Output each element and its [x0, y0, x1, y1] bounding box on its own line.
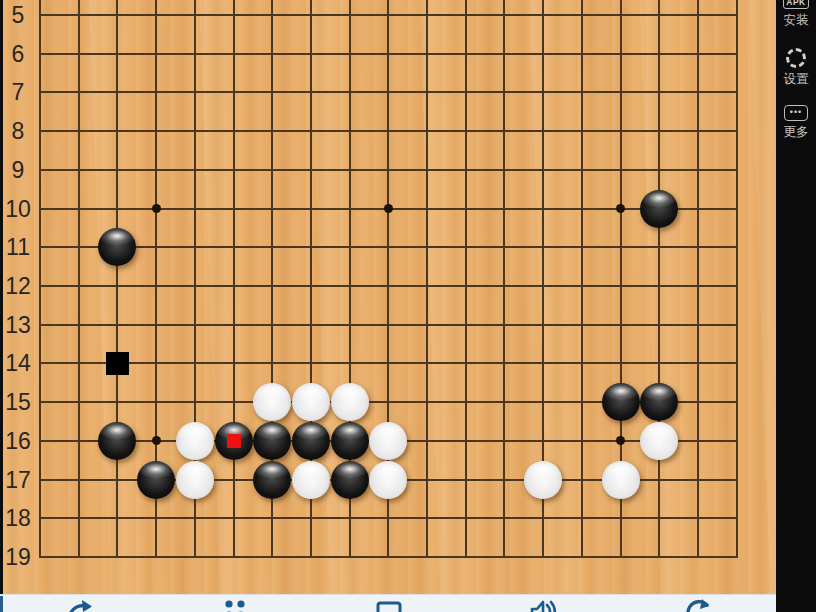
grid-line-h: [39, 285, 738, 287]
grid-line-v: [116, 0, 118, 558]
grid-line-v: [736, 0, 738, 558]
row-label: 16: [0, 427, 36, 455]
grid-line-h: [39, 169, 738, 171]
star-point: [152, 204, 161, 213]
grid-line-v: [426, 0, 428, 558]
row-label: 15: [0, 388, 36, 416]
app-screen: 5678910111213141516171819: [0, 0, 816, 612]
stone-white[interactable]: [369, 422, 407, 460]
row-label: 9: [0, 156, 36, 184]
grid-line-h: [39, 517, 738, 519]
bottom-toolbar: [0, 594, 776, 612]
grid-line-v: [39, 0, 41, 558]
grid-line-h: [39, 130, 738, 132]
right-sidebar: APK 安装 设置 ••• 更多: [776, 0, 816, 612]
star-point: [616, 436, 625, 445]
stone-black[interactable]: [137, 461, 175, 499]
stone-black[interactable]: [292, 422, 330, 460]
row-label: 7: [0, 78, 36, 106]
stone-white[interactable]: [369, 461, 407, 499]
stone-white[interactable]: [524, 461, 562, 499]
stone-white[interactable]: [640, 422, 678, 460]
star-point: [152, 436, 161, 445]
stone-black[interactable]: [331, 461, 369, 499]
sidebar-item-install[interactable]: APK 安装: [783, 0, 808, 28]
stone-black[interactable]: [331, 422, 369, 460]
grid-line-h: [39, 91, 738, 93]
grid-line-h: [39, 324, 738, 326]
stone-black[interactable]: [98, 422, 136, 460]
stone-white[interactable]: [176, 422, 214, 460]
grid-line-v: [697, 0, 699, 558]
row-label: 17: [0, 466, 36, 494]
star-point: [616, 204, 625, 213]
stone-black[interactable]: [253, 422, 291, 460]
go-board[interactable]: 5678910111213141516171819: [0, 0, 776, 594]
settings-label: 设置: [784, 71, 809, 87]
grid-line-h: [39, 362, 738, 364]
stone-black[interactable]: [640, 190, 678, 228]
stone-white[interactable]: [602, 461, 640, 499]
row-label: 10: [0, 195, 36, 223]
rotate-arrow-icon[interactable]: [683, 598, 713, 612]
stone-black[interactable]: [602, 383, 640, 421]
stone-white[interactable]: [331, 383, 369, 421]
more-ellipsis-icon: •••: [784, 105, 808, 121]
sidebar-item-settings[interactable]: 设置: [784, 48, 809, 87]
stone-white[interactable]: [292, 383, 330, 421]
stone-black[interactable]: [640, 383, 678, 421]
install-label: 安装: [783, 12, 808, 28]
grid-line-v: [503, 0, 505, 558]
row-label: 6: [0, 40, 36, 68]
stone-black[interactable]: [253, 461, 291, 499]
row-label: 19: [0, 543, 36, 571]
row-label: 8: [0, 117, 36, 145]
forward-arrow-icon[interactable]: [65, 598, 95, 612]
row-label: 13: [0, 311, 36, 339]
grid-line-v: [465, 0, 467, 558]
board-square-icon[interactable]: [374, 598, 404, 612]
grid-line-h: [39, 14, 738, 16]
row-label: 14: [0, 349, 36, 377]
grid-line-v: [233, 0, 235, 558]
row-label: 5: [0, 1, 36, 29]
grid-line-h: [39, 556, 738, 558]
sidebar-item-more[interactable]: ••• 更多: [784, 105, 809, 140]
grid-line-h: [39, 53, 738, 55]
two-players-icon[interactable]: [220, 598, 250, 612]
grid-line-h: [39, 246, 738, 248]
black-square-marker: [106, 352, 129, 375]
apk-install-icon: APK: [783, 0, 808, 9]
more-label: 更多: [784, 124, 809, 140]
last-move-marker: [227, 434, 241, 448]
sound-icon[interactable]: [528, 598, 558, 612]
row-label: 12: [0, 272, 36, 300]
row-label: 11: [0, 233, 36, 261]
row-label: 18: [0, 504, 36, 532]
star-point: [384, 204, 393, 213]
grid-line-v: [78, 0, 80, 558]
stone-white[interactable]: [292, 461, 330, 499]
grid-line-v: [581, 0, 583, 558]
grid-line-v: [658, 0, 660, 558]
settings-gear-icon: [786, 48, 806, 68]
stone-white[interactable]: [176, 461, 214, 499]
stone-white[interactable]: [253, 383, 291, 421]
stone-black[interactable]: [98, 228, 136, 266]
left-edge-icon-fragment: [0, 596, 3, 612]
